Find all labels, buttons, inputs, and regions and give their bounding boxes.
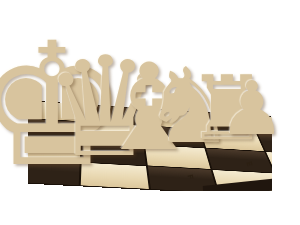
white-pawn-piece: ♟ xyxy=(219,71,285,145)
chess-set-photo: F E ♚ ♛ ♝ ♞ ♜ ♟ xyxy=(0,0,300,225)
